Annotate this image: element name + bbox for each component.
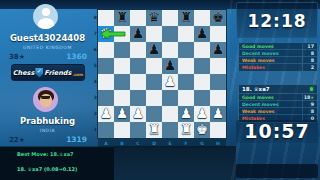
rank-label-1: 1: [91, 122, 97, 138]
square-e6[interactable]: [162, 42, 178, 58]
white-pawn-h2: ♟: [212, 107, 224, 121]
square-g6[interactable]: [194, 42, 210, 58]
good-move-star-icon: ★: [310, 95, 314, 100]
bottom-player-name: Prabhuking: [0, 116, 95, 126]
square-e4[interactable]: ♟: [162, 74, 178, 90]
square-a8[interactable]: [98, 10, 114, 26]
square-b2[interactable]: ♟: [114, 106, 130, 122]
logo-text-friends: Friends: [44, 69, 71, 77]
white-queen-a7: ♛: [100, 27, 112, 41]
square-a6[interactable]: [98, 42, 114, 58]
stat-value: 17: [302, 43, 317, 49]
white-pawn-f2: ♟: [180, 107, 192, 121]
square-d1[interactable]: ♜: [146, 122, 162, 138]
file-label-B: B: [114, 139, 130, 148]
top-player-stars: 38★: [9, 53, 25, 61]
square-a5[interactable]: [98, 58, 114, 74]
square-b8[interactable]: ♜: [114, 10, 130, 26]
chessfriends-logo: Chess Friends .com: [11, 64, 85, 81]
file-label-G: G: [194, 139, 210, 148]
avatar-hair-front: [41, 96, 50, 99]
file-label-H: H: [210, 139, 226, 148]
square-h4[interactable]: [210, 74, 226, 90]
square-h8[interactable]: ♚: [210, 10, 226, 26]
square-g8[interactable]: [194, 10, 210, 26]
stat-row-decent: Decent moves 9: [239, 101, 317, 108]
square-e3[interactable]: [162, 90, 178, 106]
stat-value: 2: [302, 64, 317, 71]
rank-label-8: 8: [91, 10, 97, 26]
white-king-g1: ♚: [196, 123, 208, 137]
rank-label-5: 5: [91, 58, 97, 74]
square-b1[interactable]: [114, 122, 130, 138]
square-a7[interactable]: ♛: [98, 26, 114, 42]
square-f2[interactable]: ♟: [178, 106, 194, 122]
square-c8[interactable]: [130, 10, 146, 26]
white-pawn-c2: ♟: [132, 107, 144, 121]
square-c5[interactable]: [130, 58, 146, 74]
stat-label: Decent moves: [239, 102, 302, 107]
stat-label: Good moves: [239, 44, 302, 49]
file-label-E: E: [162, 139, 178, 148]
black-queen-d8: ♛: [148, 11, 160, 25]
stat-value: 9: [302, 101, 317, 107]
white-rook-d1: ♜: [148, 123, 160, 137]
square-h1[interactable]: [210, 122, 226, 138]
bottom-player-avatar: [33, 87, 58, 112]
square-b7[interactable]: [114, 26, 130, 42]
person-icon: [42, 8, 50, 16]
rank-labels: 87654321: [91, 10, 97, 138]
logo-text-chess: Chess: [13, 69, 35, 77]
stat-row-weak: Weak moves 8: [239, 108, 317, 115]
square-h2[interactable]: ♟: [210, 106, 226, 122]
last-move-indicator: 18. ♕xa7: [239, 85, 317, 94]
last-move-label: 18. ♕xa7: [239, 86, 310, 92]
square-h6[interactable]: ♟: [210, 42, 226, 58]
square-h5[interactable]: [210, 58, 226, 74]
black-pawn-c7: ♟: [132, 27, 144, 41]
top-player-stats-table: Good moves 17 Decent moves 8 Weak moves …: [238, 42, 318, 72]
square-f4[interactable]: [178, 74, 194, 90]
good-move-dot-icon: [310, 87, 314, 91]
square-c3[interactable]: [130, 90, 146, 106]
square-d8[interactable]: ♛: [146, 10, 162, 26]
square-b3[interactable]: [114, 90, 130, 106]
square-b4[interactable]: [114, 74, 130, 90]
square-g1[interactable]: ♚: [194, 122, 210, 138]
file-labels: ABCDEFGH: [98, 139, 226, 148]
square-a3[interactable]: [98, 90, 114, 106]
square-d7[interactable]: [146, 26, 162, 42]
bottom-player-clock: 10:57: [236, 120, 318, 143]
person-icon-body: [38, 18, 54, 30]
top-player-avatar: [33, 4, 58, 29]
square-f3[interactable]: [178, 90, 194, 106]
black-king-h8: ♚: [212, 11, 224, 25]
stat-label: Decent moves: [239, 51, 302, 56]
stat-label: Weak moves: [239, 109, 302, 114]
top-player-clock: 12:18: [236, 2, 318, 38]
stat-label: Mistakes: [239, 65, 302, 70]
square-d6[interactable]: ♟: [146, 42, 162, 58]
shield-icon: [35, 68, 43, 78]
rank-label-4: 4: [91, 74, 97, 90]
square-g5[interactable]: [194, 58, 210, 74]
square-e2[interactable]: [162, 106, 178, 122]
square-f1[interactable]: ♜: [178, 122, 194, 138]
square-d3[interactable]: [146, 90, 162, 106]
rank-label-2: 2: [91, 106, 97, 122]
file-label-C: C: [130, 139, 146, 148]
square-b5[interactable]: [114, 58, 130, 74]
top-player-name: Guest43024408: [0, 33, 95, 43]
square-d4[interactable]: [146, 74, 162, 90]
black-pawn-d6: ♟: [148, 43, 160, 57]
square-h3[interactable]: [210, 90, 226, 106]
engine-panel: Best Move: 18.♕xa7 18. ♕xa7 (0.08→0.12): [0, 146, 114, 180]
square-c6[interactable]: [130, 42, 146, 58]
square-g2[interactable]: ♟: [194, 106, 210, 122]
square-c7[interactable]: ♟: [130, 26, 146, 42]
file-label-F: F: [178, 139, 194, 148]
bottom-player-meta: 22★ 1319: [9, 135, 87, 144]
logo-text-com: .com: [72, 72, 83, 80]
white-pawn-e4: ♟: [164, 75, 176, 89]
stat-row-good: Good moves 17: [239, 43, 317, 50]
square-g3[interactable]: [194, 90, 210, 106]
white-pawn-b2: ♟: [116, 107, 128, 121]
played-move-eval-text: 18. ♕xa7 (0.08→0.12): [17, 166, 77, 172]
square-f6[interactable]: [178, 42, 194, 58]
square-c1[interactable]: [130, 122, 146, 138]
file-label-A: A: [98, 139, 114, 148]
rank-label-3: 3: [91, 90, 97, 106]
bottom-player-rating: 1319: [66, 135, 87, 144]
square-f5[interactable]: [178, 58, 194, 74]
bottom-player-stars: 22★: [9, 136, 25, 144]
stat-row-mistakes: Mistakes 2: [239, 64, 317, 71]
stat-label: Good moves: [239, 95, 302, 100]
square-e5[interactable]: ♟: [162, 58, 178, 74]
stat-row-weak: Weak moves 8: [239, 57, 317, 64]
file-label-D: D: [146, 139, 162, 148]
square-d5[interactable]: [146, 58, 162, 74]
top-player-meta: 38★ 1360: [9, 52, 87, 61]
stat-row-good: Good moves 18★: [239, 94, 317, 101]
black-pawn-h6: ♟: [212, 43, 224, 57]
app-window: Guest43024408 UNITED KINGDOM 38★ 1360 Ch…: [0, 0, 320, 180]
square-b6[interactable]: [114, 42, 130, 58]
square-g4[interactable]: [194, 74, 210, 90]
chess-board[interactable]: ♜♛♜♚♛♟♟♟♟♟♟♟♟♟♟♟♟♜♜♚: [98, 10, 226, 138]
white-pawn-a2: ♟: [100, 107, 112, 121]
square-c4[interactable]: [130, 74, 146, 90]
square-e7[interactable]: [162, 26, 178, 42]
square-c2[interactable]: ♟: [130, 106, 146, 122]
square-f8[interactable]: ♜: [178, 10, 194, 26]
stat-value: 8: [302, 57, 317, 63]
square-e8[interactable]: [162, 10, 178, 26]
stat-value: 8: [302, 108, 317, 114]
stat-label: Weak moves: [239, 58, 302, 63]
black-rook-f8: ♜: [180, 11, 192, 25]
bottom-player-country: INDIA: [0, 128, 95, 133]
top-player-rating: 1360: [66, 52, 87, 61]
bottom-right-bar: [236, 164, 318, 178]
white-rook-f1: ♜: [180, 123, 192, 137]
stat-value: 18★: [302, 94, 317, 100]
stat-value: 8: [302, 50, 317, 56]
square-a4[interactable]: [98, 74, 114, 90]
black-pawn-g7: ♟: [196, 27, 208, 41]
bottom-player-stats-panel: 18. ♕xa7 Good moves 18★ Decent moves 9 W…: [238, 84, 318, 123]
best-move-text: Best Move: 18.♕xa7: [17, 151, 74, 157]
square-a2[interactable]: ♟: [98, 106, 114, 122]
square-d2[interactable]: [146, 106, 162, 122]
square-h7[interactable]: [210, 26, 226, 42]
white-pawn-g2: ♟: [196, 107, 208, 121]
rank-label-6: 6: [91, 42, 97, 58]
square-g7[interactable]: ♟: [194, 26, 210, 42]
square-e1[interactable]: [162, 122, 178, 138]
black-pawn-e5: ♟: [164, 59, 176, 73]
square-f7[interactable]: [178, 26, 194, 42]
square-a1[interactable]: [98, 122, 114, 138]
rank-label-7: 7: [91, 26, 97, 42]
black-rook-b8: ♜: [116, 11, 128, 25]
top-player-country: UNITED KINGDOM: [0, 45, 95, 50]
stat-row-decent: Decent moves 8: [239, 50, 317, 57]
